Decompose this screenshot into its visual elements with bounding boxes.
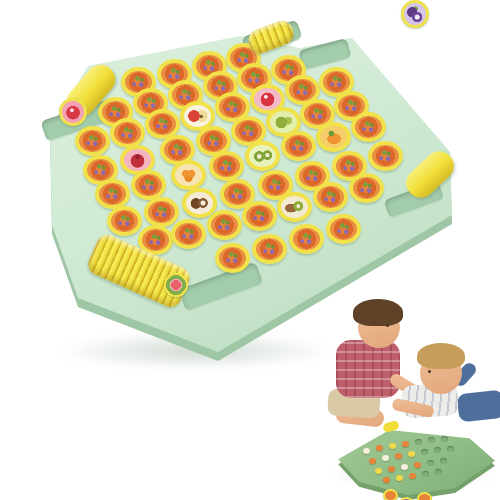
- token-r4c1-back: [131, 170, 166, 200]
- inset-token-dot: [434, 447, 441, 453]
- inset-token-dot: [427, 460, 434, 466]
- inset-token-dot: [421, 449, 428, 455]
- inset-token-dot: [396, 475, 403, 481]
- token-r2c1-back: [110, 118, 145, 148]
- token-r4c5-back: [281, 131, 316, 161]
- token-r7c0-back: [215, 243, 250, 273]
- spring-end-disc-watermelon: [164, 273, 188, 297]
- inset-token-dot: [376, 445, 383, 451]
- inset-token-dot: [375, 468, 382, 474]
- inset-token-dot: [402, 441, 409, 447]
- token-r6c6-back: [349, 173, 384, 203]
- token-r6c2-back: [207, 210, 242, 240]
- stamp-left-strawberry-face: [59, 98, 87, 126]
- product-photo: [0, 0, 500, 500]
- inset-token-dot: [428, 437, 435, 443]
- stamp-right-mangosteen-face: [401, 0, 429, 28]
- token-r2c0-back: [75, 126, 110, 156]
- inset-token-dot: [409, 473, 416, 479]
- inset-token-dot: [440, 458, 447, 464]
- token-r5c1-back: [144, 197, 179, 227]
- boy-left-hair: [353, 299, 403, 326]
- inset-token-dot: [414, 462, 421, 468]
- boy-right-eye: [428, 370, 431, 373]
- inset-token-dot: [369, 458, 376, 464]
- inset-token-dot: [401, 464, 408, 470]
- inset-token-dot: [389, 443, 396, 449]
- inset-token-dot: [382, 455, 389, 461]
- boy-left-eye: [386, 324, 389, 327]
- token-r7c3-back: [326, 214, 361, 244]
- inset-token-dot: [422, 471, 429, 477]
- inset-token-dot: [395, 453, 402, 459]
- inset-scattered-token: [383, 489, 398, 500]
- token-r6c3-back: [242, 201, 277, 231]
- token-r6c5-back: [313, 182, 348, 212]
- token-r5c7-back: [368, 141, 403, 171]
- inset-scattered-token: [417, 492, 432, 500]
- inset-photo-children: [270, 290, 500, 500]
- boy-right-jeans: [457, 390, 500, 423]
- token-r4c2-mandarin: [171, 160, 206, 190]
- token-r4c4-kiwi_slices: [245, 141, 280, 171]
- token-r4c0-back: [95, 179, 130, 209]
- inset-token-dot: [388, 466, 395, 472]
- inset-game-board: [335, 425, 495, 495]
- inset-token-dot: [441, 436, 448, 442]
- inset-token-dot: [447, 446, 454, 452]
- token-r7c2-back: [289, 224, 324, 254]
- token-r7c1-back: [252, 234, 287, 264]
- inset-token-dot: [383, 477, 390, 483]
- boy-right-hair: [417, 343, 465, 369]
- inset-token-dot: [415, 439, 422, 445]
- token-r4c7-back: [351, 112, 386, 142]
- token-r4c6-mango: [316, 122, 351, 152]
- token-r5c0-back: [107, 206, 142, 236]
- inset-token-dot: [363, 448, 370, 454]
- inset-token-dot: [408, 451, 415, 457]
- token-r6c1-back: [171, 219, 206, 249]
- token-r4c3-back: [209, 151, 244, 181]
- inset-token-dot: [435, 469, 442, 475]
- token-r6c4-kiwi: [277, 192, 312, 222]
- boy-left-plaid-shirt: [336, 340, 400, 398]
